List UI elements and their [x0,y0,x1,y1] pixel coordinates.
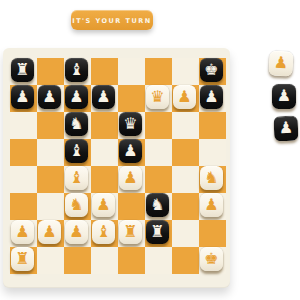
piece-black-pawn-h7[interactable]: ♟ [200,85,223,109]
rook-icon: ♜ [123,224,137,240]
piece-black-pawn[interactable]: ♟ [274,116,299,142]
pawn-icon: ♟ [15,89,29,105]
piece-white-knight-c3[interactable]: ♞ [65,193,88,217]
square-d8[interactable] [91,58,118,85]
queen-icon: ♛ [123,116,137,132]
piece-black-knight-c6[interactable]: ♞ [65,112,88,136]
turn-banner-label: IT'S YOUR TURN [72,17,152,25]
square-a7[interactable]: ♟ [10,85,37,112]
square-h4[interactable]: ♞ [199,166,226,193]
pawn-icon: ♟ [69,224,83,240]
chess-board: ♜♝♚♟♟♟♟♛♟♟♞♛♝♟♝♟♞♞♟♞♟♟♟♟♝♜♜♜♚ [10,58,226,274]
square-g7[interactable]: ♟ [172,85,199,112]
piece-black-rook-f2[interactable]: ♜ [146,220,169,244]
pawn-icon: ♟ [96,197,110,213]
square-c6[interactable]: ♞ [64,112,91,139]
square-d7[interactable]: ♟ [91,85,118,112]
square-a4[interactable] [10,166,37,193]
square-h8[interactable]: ♚ [199,58,226,85]
bishop-icon: ♝ [69,170,83,186]
square-a8[interactable]: ♜ [10,58,37,85]
piece-white-pawn-b2[interactable]: ♟ [38,220,61,244]
square-g5[interactable] [172,139,199,166]
pawn-icon: ♟ [177,89,191,105]
piece-black-knight-f3[interactable]: ♞ [146,193,169,217]
square-h6[interactable] [199,112,226,139]
piece-black-bishop-c8[interactable]: ♝ [65,58,88,82]
board-frame: ♜♝♚♟♟♟♟♛♟♟♞♛♝♟♝♟♞♞♟♞♟♟♟♟♝♜♜♜♚ [3,48,230,288]
piece-white-rook-a1[interactable]: ♜ [11,247,34,271]
rook-icon: ♜ [150,224,164,240]
knight-icon: ♞ [69,197,83,213]
pawn-icon: ♟ [204,89,218,105]
piece-black-pawn[interactable]: ♟ [272,84,296,109]
square-f3[interactable]: ♞ [145,193,172,220]
bishop-icon: ♝ [96,224,110,240]
pawn-icon: ♟ [96,89,110,105]
piece-white-rook-e2[interactable]: ♜ [119,220,142,244]
square-f4[interactable] [145,166,172,193]
pawn-icon: ♟ [279,120,294,136]
square-e2[interactable]: ♜ [118,220,145,247]
piece-black-pawn-a7[interactable]: ♟ [11,85,34,109]
square-c7[interactable]: ♟ [64,85,91,112]
pawn-icon: ♟ [273,55,288,72]
square-c4[interactable]: ♝ [64,166,91,193]
pawn-icon: ♟ [69,89,83,105]
square-c8[interactable]: ♝ [64,58,91,85]
square-b1[interactable] [37,247,64,274]
square-f8[interactable] [145,58,172,85]
square-c5[interactable]: ♝ [64,139,91,166]
square-b7[interactable]: ♟ [37,85,64,112]
square-h2[interactable] [199,220,226,247]
queen-icon: ♛ [150,89,164,105]
square-h7[interactable]: ♟ [199,85,226,112]
square-e7[interactable] [118,85,145,112]
piece-black-pawn-e5[interactable]: ♟ [119,139,142,163]
piece-white-bishop-d2[interactable]: ♝ [92,220,115,244]
square-a6[interactable] [10,112,37,139]
piece-white-pawn-h3[interactable]: ♟ [200,193,223,217]
piece-black-queen-e6[interactable]: ♛ [119,112,142,136]
square-h5[interactable] [199,139,226,166]
square-f2[interactable]: ♜ [145,220,172,247]
square-c3[interactable]: ♞ [64,193,91,220]
piece-white-pawn-a2[interactable]: ♟ [11,220,34,244]
square-c1[interactable] [64,247,91,274]
square-a3[interactable] [10,193,37,220]
piece-white-pawn-e4[interactable]: ♟ [119,166,142,190]
square-e8[interactable] [118,58,145,85]
pawn-icon: ♟ [123,143,137,159]
square-e5[interactable]: ♟ [118,139,145,166]
square-b8[interactable] [37,58,64,85]
bishop-icon: ♝ [69,62,83,78]
knight-icon: ♞ [204,170,218,186]
square-h1[interactable]: ♚ [199,247,226,274]
turn-banner: IT'S YOUR TURN [71,10,153,30]
piece-white-pawn-g7[interactable]: ♟ [173,85,196,109]
piece-white-pawn[interactable]: ♟ [268,50,293,76]
square-e3[interactable] [118,193,145,220]
square-g4[interactable] [172,166,199,193]
square-f7[interactable]: ♛ [145,85,172,112]
square-f1[interactable] [145,247,172,274]
square-b6[interactable] [37,112,64,139]
square-b5[interactable] [37,139,64,166]
piece-black-pawn-b7[interactable]: ♟ [38,85,61,109]
square-b4[interactable] [37,166,64,193]
square-d6[interactable] [91,112,118,139]
rook-icon: ♜ [15,251,29,267]
pawn-icon: ♟ [42,89,56,105]
piece-white-queen-f7[interactable]: ♛ [146,85,169,109]
square-g8[interactable] [172,58,199,85]
pawn-icon: ♟ [204,197,218,213]
square-a5[interactable] [10,139,37,166]
square-g3[interactable] [172,193,199,220]
piece-black-bishop-c5[interactable]: ♝ [65,139,88,163]
pawn-icon: ♟ [42,224,56,240]
square-g6[interactable] [172,112,199,139]
knight-icon: ♞ [69,116,83,132]
piece-white-bishop-c4[interactable]: ♝ [65,166,88,190]
piece-white-king-h1[interactable]: ♚ [200,247,223,271]
square-e1[interactable] [118,247,145,274]
piece-black-pawn-d7[interactable]: ♟ [92,85,115,109]
square-a1[interactable]: ♜ [10,247,37,274]
square-c2[interactable]: ♟ [64,220,91,247]
square-d5[interactable] [91,139,118,166]
piece-black-king-h8[interactable]: ♚ [200,58,223,82]
square-e6[interactable]: ♛ [118,112,145,139]
square-d4[interactable] [91,166,118,193]
piece-white-knight-h4[interactable]: ♞ [200,166,223,190]
square-f5[interactable] [145,139,172,166]
square-a2[interactable]: ♟ [10,220,37,247]
square-f6[interactable] [145,112,172,139]
square-h3[interactable]: ♟ [199,193,226,220]
square-g1[interactable] [172,247,199,274]
piece-black-pawn-c7[interactable]: ♟ [65,85,88,109]
knight-icon: ♞ [150,197,164,213]
square-e4[interactable]: ♟ [118,166,145,193]
piece-white-pawn-d3[interactable]: ♟ [92,193,115,217]
bishop-icon: ♝ [69,143,83,159]
piece-white-pawn-c2[interactable]: ♟ [65,220,88,244]
square-d2[interactable]: ♝ [91,220,118,247]
square-b2[interactable]: ♟ [37,220,64,247]
square-d3[interactable]: ♟ [91,193,118,220]
square-b3[interactable] [37,193,64,220]
piece-black-rook-a8[interactable]: ♜ [11,58,34,82]
rook-icon: ♜ [15,62,29,78]
pawn-icon: ♟ [277,88,291,104]
square-d1[interactable] [91,247,118,274]
pawn-icon: ♟ [123,170,137,186]
square-g2[interactable] [172,220,199,247]
king-icon: ♚ [204,251,218,267]
pawn-icon: ♟ [15,224,29,240]
king-icon: ♚ [204,62,218,78]
